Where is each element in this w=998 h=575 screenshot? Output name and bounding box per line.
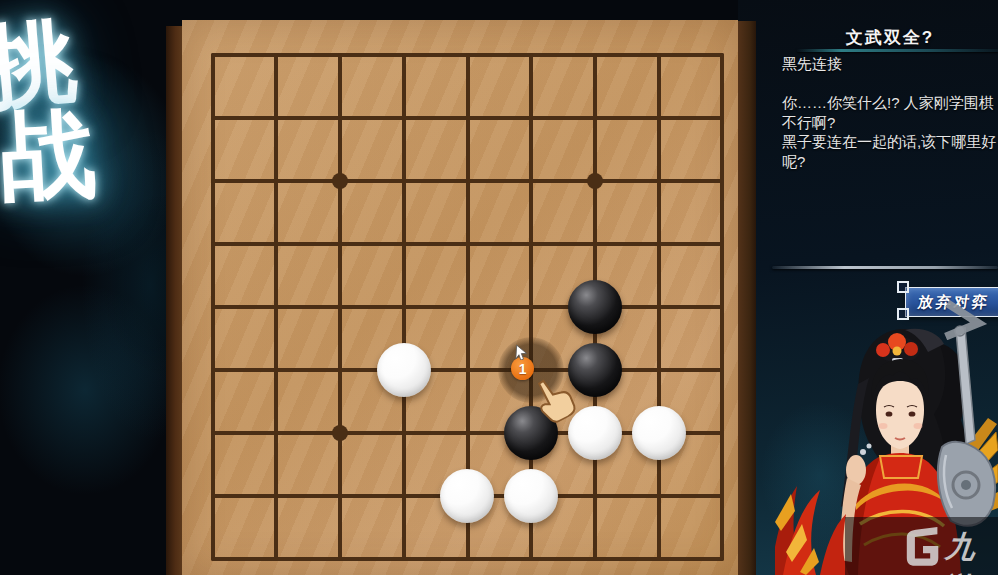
board-point[interactable] xyxy=(627,465,691,528)
section-divider xyxy=(772,266,998,269)
board-point[interactable] xyxy=(627,150,691,213)
board-point[interactable] xyxy=(245,150,309,213)
board-point[interactable] xyxy=(627,528,691,575)
board-point[interactable] xyxy=(308,24,372,87)
board-point[interactable] xyxy=(308,87,372,150)
go-board: 1 xyxy=(166,14,756,575)
board-point[interactable] xyxy=(499,213,563,276)
board-point[interactable] xyxy=(436,24,500,87)
board-point[interactable] xyxy=(372,213,436,276)
board-point[interactable] xyxy=(245,402,309,465)
board-point[interactable] xyxy=(308,339,372,402)
title-divider xyxy=(797,49,998,52)
board-point[interactable] xyxy=(627,339,691,402)
board-point[interactable] xyxy=(372,402,436,465)
board-point[interactable] xyxy=(690,213,754,276)
board-point[interactable] xyxy=(181,213,245,276)
board-point[interactable] xyxy=(436,213,500,276)
puzzle-title: 文武双全? xyxy=(782,26,998,49)
board-point[interactable] xyxy=(308,402,372,465)
board-point[interactable] xyxy=(690,150,754,213)
board-point[interactable] xyxy=(563,339,627,402)
board-point[interactable] xyxy=(627,276,691,339)
board-point[interactable] xyxy=(563,87,627,150)
board-point[interactable] xyxy=(181,150,245,213)
board-point[interactable] xyxy=(499,24,563,87)
challenge-char-2: 战 xyxy=(0,90,99,225)
board-point[interactable] xyxy=(372,465,436,528)
board-point[interactable] xyxy=(690,87,754,150)
board-point[interactable] xyxy=(245,24,309,87)
dialogue-line: 不行啊? xyxy=(782,113,996,133)
board-point[interactable] xyxy=(563,150,627,213)
dialogue-line: 黑子要连在一起的话,该下哪里好 xyxy=(782,132,996,152)
board-point[interactable] xyxy=(181,339,245,402)
board-point[interactable] xyxy=(308,213,372,276)
black-stone xyxy=(568,280,622,334)
white-stone xyxy=(632,406,686,460)
board-point[interactable] xyxy=(308,528,372,575)
board-point[interactable] xyxy=(627,87,691,150)
board-point[interactable] xyxy=(436,276,500,339)
board-point[interactable] xyxy=(436,339,500,402)
white-stone xyxy=(377,343,431,397)
board-point[interactable] xyxy=(690,339,754,402)
board-point[interactable] xyxy=(245,528,309,575)
board-point[interactable] xyxy=(690,24,754,87)
board-point[interactable] xyxy=(627,213,691,276)
board-point[interactable] xyxy=(563,24,627,87)
watermark-band: 九游 xyxy=(845,517,998,575)
board-point[interactable] xyxy=(563,465,627,528)
board-point[interactable] xyxy=(181,24,245,87)
corner-bracket-icon xyxy=(897,281,909,293)
white-stone xyxy=(504,469,558,523)
board-point[interactable] xyxy=(181,465,245,528)
board-point[interactable] xyxy=(245,276,309,339)
board-point[interactable] xyxy=(499,465,563,528)
board-point[interactable] xyxy=(181,402,245,465)
challenge-banner: 挑 战 xyxy=(0,0,170,320)
board-point[interactable] xyxy=(436,528,500,575)
white-stone xyxy=(568,406,622,460)
white-stone xyxy=(440,469,494,523)
board-points-grid xyxy=(181,24,754,575)
board-point[interactable] xyxy=(181,528,245,575)
board-point[interactable] xyxy=(245,339,309,402)
dialogue-line: 呢? xyxy=(782,152,996,172)
board-point[interactable] xyxy=(372,276,436,339)
board-point[interactable] xyxy=(308,276,372,339)
board-point[interactable] xyxy=(245,213,309,276)
board-point[interactable] xyxy=(690,528,754,575)
board-point[interactable] xyxy=(499,276,563,339)
board-point[interactable] xyxy=(181,87,245,150)
dialogue-text: 你……你笑什么!? 人家刚学围棋 不行啊? 黑子要连在一起的话,该下哪里好 呢? xyxy=(782,93,996,171)
board-point[interactable] xyxy=(245,465,309,528)
board-point[interactable] xyxy=(690,465,754,528)
board-point[interactable] xyxy=(372,339,436,402)
corner-bracket-icon xyxy=(897,308,909,320)
watermark-text: 九游 xyxy=(939,527,998,575)
board-point[interactable] xyxy=(690,402,754,465)
game-screen: 挑 战 1 文武双全? 黑先连接 你……你笑什么!? 人家刚学围 xyxy=(0,0,998,575)
board-point[interactable] xyxy=(308,150,372,213)
board-point[interactable] xyxy=(436,150,500,213)
dialogue-line: 你……你笑什么!? 人家刚学围棋 xyxy=(782,93,996,113)
board-point[interactable] xyxy=(308,465,372,528)
chevron-right-icon xyxy=(937,299,996,351)
board-point[interactable] xyxy=(690,276,754,339)
board-point[interactable] xyxy=(499,87,563,150)
board-point[interactable] xyxy=(627,24,691,87)
board-point[interactable] xyxy=(436,465,500,528)
board-point[interactable] xyxy=(436,87,500,150)
board-point[interactable] xyxy=(563,528,627,575)
board-point[interactable] xyxy=(563,213,627,276)
board-point[interactable] xyxy=(245,87,309,150)
board-point[interactable] xyxy=(436,402,500,465)
board-point[interactable] xyxy=(563,276,627,339)
pointer-cursor-icon xyxy=(514,344,528,360)
board-point[interactable] xyxy=(372,87,436,150)
watermark-logo-icon xyxy=(905,524,941,572)
puzzle-objective: 黑先连接 xyxy=(782,55,842,74)
black-stone xyxy=(568,343,622,397)
board-point[interactable] xyxy=(372,528,436,575)
board-point[interactable] xyxy=(181,276,245,339)
board-point[interactable] xyxy=(627,402,691,465)
board-point[interactable] xyxy=(372,150,436,213)
board-point[interactable] xyxy=(372,24,436,87)
board-point[interactable] xyxy=(499,528,563,575)
board-point[interactable] xyxy=(499,150,563,213)
